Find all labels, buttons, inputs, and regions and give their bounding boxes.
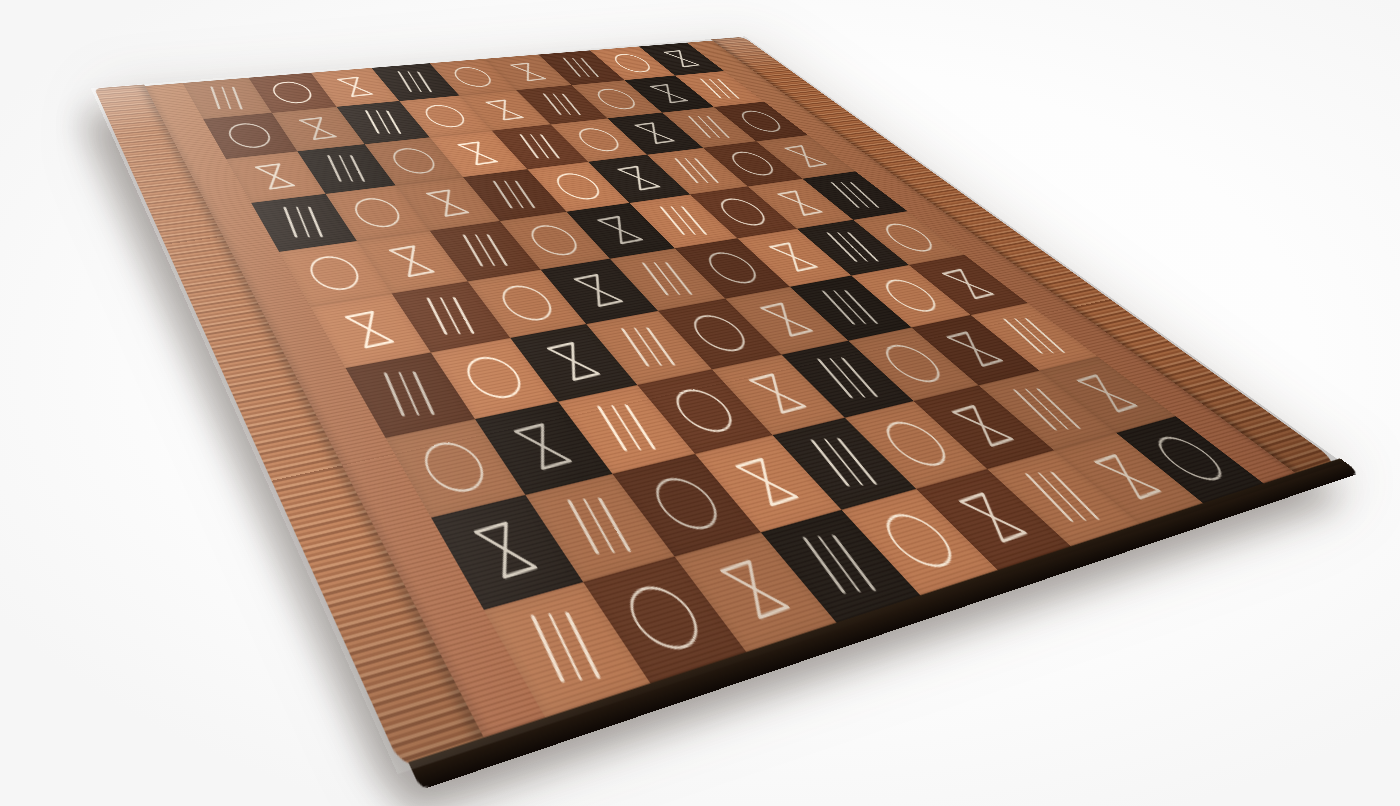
tally-lines-symbol <box>283 207 323 238</box>
hourglass-symbol <box>536 336 611 388</box>
game-board-rug <box>95 38 1335 765</box>
tally-lines-symbol <box>567 498 632 555</box>
tally-lines-symbol <box>542 93 581 115</box>
circle-symbol <box>616 578 711 658</box>
circle-symbol <box>347 195 408 230</box>
tally-lines-symbol <box>365 110 402 134</box>
tally-lines-symbol <box>531 612 602 683</box>
hourglass-symbol <box>329 74 380 101</box>
hourglass-symbol <box>461 513 551 589</box>
circle-symbol <box>571 126 627 154</box>
hourglass-symbol <box>564 269 634 313</box>
circle-symbol <box>492 281 560 324</box>
tally-lines-symbol <box>621 327 676 366</box>
tally-lines-symbol <box>688 116 730 138</box>
circle-symbol <box>590 87 642 111</box>
tally-lines-symbol <box>826 232 879 262</box>
tally-lines-symbol <box>462 234 508 266</box>
tally-lines-symbol <box>642 262 693 295</box>
tally-lines-symbol <box>802 535 876 594</box>
hourglass-symbol <box>502 60 553 84</box>
circle-symbol <box>385 145 442 176</box>
tally-lines-symbol <box>674 158 719 183</box>
circle-symbol <box>643 471 728 536</box>
circle-symbol <box>457 352 531 403</box>
circle-symbol <box>522 222 585 259</box>
tally-lines-symbol <box>426 297 474 335</box>
hourglass-symbol <box>291 114 345 144</box>
hourglass-symbol <box>379 240 444 282</box>
circle-symbol <box>223 121 278 150</box>
hourglass-symbol <box>478 96 532 124</box>
tally-lines-symbol <box>822 290 879 324</box>
circle-symbol <box>447 65 497 89</box>
circle-symbol <box>548 170 607 202</box>
tally-lines-symbol <box>596 405 655 452</box>
tally-lines-symbol <box>816 358 878 399</box>
product-photo-scene <box>0 0 1400 806</box>
circle-symbol <box>266 80 317 106</box>
hourglass-symbol <box>417 185 478 221</box>
tally-lines-symbol <box>699 79 739 99</box>
tally-lines-symbol <box>210 86 243 109</box>
tally-lines-symbol <box>563 58 600 78</box>
tally-lines-symbol <box>810 438 877 486</box>
circle-symbol <box>414 436 495 498</box>
hourglass-symbol <box>449 138 506 169</box>
tally-lines-symbol <box>659 206 707 235</box>
tally-lines-symbol <box>327 155 365 182</box>
circle-symbol <box>302 252 367 294</box>
hourglass-symbol <box>502 416 584 478</box>
hourglass-symbol <box>247 159 305 194</box>
tally-lines-symbol <box>397 71 432 92</box>
tally-lines-symbol <box>519 134 560 158</box>
circle-symbol <box>418 103 471 130</box>
tally-lines-symbol <box>830 182 879 208</box>
hourglass-symbol <box>335 305 405 355</box>
rug-shadow <box>0 0 1000 700</box>
tally-lines-symbol <box>384 371 436 416</box>
tally-lines-symbol <box>493 181 536 209</box>
